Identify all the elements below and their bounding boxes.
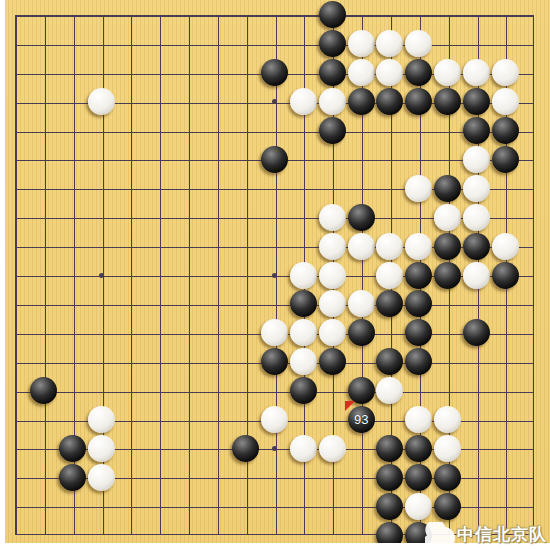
black-stone [376, 464, 403, 491]
white-stone [348, 30, 375, 57]
white-stone [492, 59, 519, 86]
black-stone [492, 146, 519, 173]
white-stone [290, 348, 317, 375]
black-stone [30, 377, 57, 404]
black-stone: 93 [348, 406, 375, 433]
white-stone [434, 406, 461, 433]
white-stone [88, 88, 115, 115]
white-stone [434, 435, 461, 462]
black-stone [319, 59, 346, 86]
white-stone [319, 88, 346, 115]
black-stone [434, 175, 461, 202]
black-stone [434, 493, 461, 520]
black-stone [319, 348, 346, 375]
white-stone [463, 204, 490, 231]
white-stone [319, 319, 346, 346]
white-stone [261, 319, 288, 346]
black-stone [463, 117, 490, 144]
white-stone [88, 406, 115, 433]
white-stone [463, 146, 490, 173]
black-stone [463, 233, 490, 260]
black-stone [463, 319, 490, 346]
white-stone [348, 233, 375, 260]
white-stone [290, 88, 317, 115]
black-stone [405, 319, 432, 346]
black-stone [319, 30, 346, 57]
black-stone [492, 262, 519, 289]
black-stone [319, 117, 346, 144]
black-stone [348, 88, 375, 115]
white-stone [319, 204, 346, 231]
black-stone [405, 59, 432, 86]
white-stone [405, 406, 432, 433]
black-stone [261, 146, 288, 173]
white-stone [376, 233, 403, 260]
white-stone [405, 493, 432, 520]
white-stone [290, 319, 317, 346]
white-stone [463, 262, 490, 289]
black-stone [405, 348, 432, 375]
white-stone [348, 290, 375, 317]
black-stone [59, 464, 86, 491]
white-stone [463, 175, 490, 202]
go-board-grid[interactable]: 93 [1, 1, 549, 549]
white-stone [319, 233, 346, 260]
move-number-label: 93 [348, 406, 375, 433]
black-stone [405, 88, 432, 115]
black-stone [376, 435, 403, 462]
watermark-text: 中信北京队 [457, 522, 547, 548]
white-stone [88, 464, 115, 491]
white-stone [319, 262, 346, 289]
black-stone [434, 262, 461, 289]
white-stone [376, 377, 403, 404]
white-stone [319, 435, 346, 462]
black-stone [261, 348, 288, 375]
black-stone [405, 262, 432, 289]
black-stone [405, 290, 432, 317]
white-stone [434, 59, 461, 86]
white-stone [319, 290, 346, 317]
white-stone [88, 435, 115, 462]
black-stone [232, 435, 259, 462]
black-stone [463, 88, 490, 115]
black-stone [376, 88, 403, 115]
black-stone [319, 1, 346, 28]
black-stone [59, 435, 86, 462]
white-stone [376, 30, 403, 57]
white-stone [376, 262, 403, 289]
white-stone [348, 59, 375, 86]
watermark: 中信北京队 [425, 522, 547, 548]
white-stone [405, 233, 432, 260]
white-stone [492, 233, 519, 260]
white-stone [463, 59, 490, 86]
black-stone [405, 435, 432, 462]
black-stone [290, 290, 317, 317]
black-stone [434, 233, 461, 260]
black-stone [405, 464, 432, 491]
black-stone [434, 464, 461, 491]
black-stone [290, 377, 317, 404]
go-diagram-screenshot: 93 中信北京队 [0, 0, 550, 549]
white-stone [376, 59, 403, 86]
left-edge-margin [0, 0, 5, 549]
black-stone [261, 59, 288, 86]
white-stone [261, 406, 288, 433]
black-stone [348, 319, 375, 346]
black-stone [376, 290, 403, 317]
white-stone [405, 30, 432, 57]
black-stone [376, 493, 403, 520]
white-stone [290, 435, 317, 462]
white-stone [405, 175, 432, 202]
black-stone [376, 348, 403, 375]
black-stone [348, 204, 375, 231]
black-stone [492, 117, 519, 144]
white-stone [290, 262, 317, 289]
team-logo-icon [425, 522, 455, 548]
white-stone [434, 204, 461, 231]
black-stone [434, 88, 461, 115]
white-stone [492, 88, 519, 115]
